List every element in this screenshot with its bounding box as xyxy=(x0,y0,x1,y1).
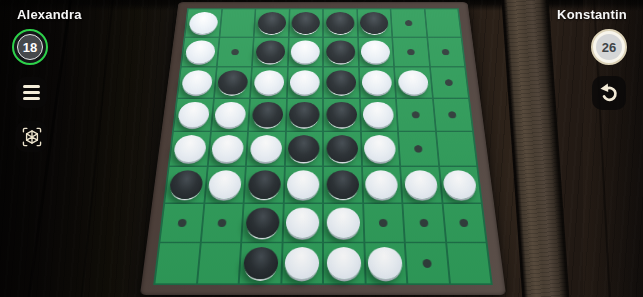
cell-b2[interactable] xyxy=(217,38,253,67)
player-left-name: Alexandra xyxy=(17,7,82,22)
cell-f7[interactable] xyxy=(364,204,404,242)
undo-button[interactable] xyxy=(592,76,626,110)
white-disc xyxy=(214,102,246,127)
cell-h3[interactable] xyxy=(430,67,468,97)
legal-move-dot xyxy=(231,49,239,55)
cell-f2[interactable] xyxy=(358,38,393,67)
cell-a4[interactable] xyxy=(174,99,213,131)
view-3d-button[interactable] xyxy=(16,121,47,152)
white-disc xyxy=(291,41,320,64)
cell-d3[interactable] xyxy=(287,67,322,97)
cell-e8[interactable] xyxy=(324,243,364,283)
cell-d4[interactable] xyxy=(286,99,322,131)
legal-move-dot xyxy=(414,145,423,152)
player-right-score-badge: 26 xyxy=(591,29,627,65)
black-disc xyxy=(168,171,203,199)
black-disc xyxy=(257,12,286,33)
cell-e2[interactable] xyxy=(324,38,358,67)
cell-g6[interactable] xyxy=(401,167,441,203)
white-disc xyxy=(443,171,478,199)
cell-h5[interactable] xyxy=(436,132,476,166)
white-disc xyxy=(286,208,319,238)
black-disc xyxy=(292,12,320,33)
cell-c2[interactable] xyxy=(253,38,288,67)
othello-game-screen: Alexandra 18 Konstantin 26 xyxy=(0,0,643,297)
cell-g4[interactable] xyxy=(397,99,435,131)
cell-a3[interactable] xyxy=(178,67,216,97)
black-disc xyxy=(245,208,279,238)
white-disc xyxy=(250,135,282,162)
white-disc xyxy=(368,247,403,279)
black-disc xyxy=(326,171,358,199)
cell-c1[interactable] xyxy=(255,9,289,36)
black-disc xyxy=(289,102,320,127)
white-disc xyxy=(285,247,320,279)
white-disc xyxy=(404,171,438,199)
cell-b4[interactable] xyxy=(211,99,249,131)
cell-g2[interactable] xyxy=(393,38,429,67)
cell-d2[interactable] xyxy=(288,38,322,67)
legal-move-dot xyxy=(218,218,227,226)
black-disc xyxy=(326,12,354,33)
cell-c6[interactable] xyxy=(245,167,284,203)
cell-b1[interactable] xyxy=(220,9,255,36)
cell-g1[interactable] xyxy=(391,9,426,36)
white-disc xyxy=(327,208,360,238)
black-disc xyxy=(288,135,320,162)
cell-h1[interactable] xyxy=(425,9,460,36)
cell-f1[interactable] xyxy=(358,9,392,36)
white-disc xyxy=(211,135,244,162)
legal-move-dot xyxy=(407,49,415,55)
cell-a2[interactable] xyxy=(182,38,218,67)
black-disc xyxy=(360,12,389,33)
board-grid xyxy=(153,8,493,285)
white-disc xyxy=(177,102,210,127)
cell-b8[interactable] xyxy=(198,243,241,283)
menu-icon xyxy=(23,85,40,88)
cell-h8[interactable] xyxy=(447,243,491,283)
cell-b6[interactable] xyxy=(205,167,245,203)
white-disc xyxy=(365,171,398,199)
white-disc xyxy=(185,41,216,64)
legal-move-dot xyxy=(419,218,428,226)
legal-move-dot xyxy=(459,218,468,226)
legal-move-dot xyxy=(379,218,388,226)
legal-move-dot xyxy=(422,259,431,268)
white-disc xyxy=(362,71,393,95)
black-disc xyxy=(243,247,278,279)
cell-g8[interactable] xyxy=(406,243,449,283)
white-disc xyxy=(254,71,285,95)
undo-icon xyxy=(597,81,621,105)
black-disc xyxy=(247,171,280,199)
legal-move-dot xyxy=(177,218,186,226)
legal-move-dot xyxy=(445,79,453,86)
black-disc xyxy=(326,71,356,95)
cell-c3[interactable] xyxy=(251,67,287,97)
black-disc xyxy=(326,102,357,127)
player-left-score-badge: 18 xyxy=(12,29,48,65)
board-frame xyxy=(140,2,506,295)
cell-d8[interactable] xyxy=(282,243,322,283)
cell-a6[interactable] xyxy=(165,167,206,203)
cell-g7[interactable] xyxy=(403,204,444,242)
player-left-score: 18 xyxy=(17,34,43,60)
cell-d1[interactable] xyxy=(289,9,322,36)
cell-f4[interactable] xyxy=(360,99,397,131)
white-disc xyxy=(181,71,213,95)
cell-d7[interactable] xyxy=(283,204,322,242)
cell-d5[interactable] xyxy=(285,132,322,166)
cell-g3[interactable] xyxy=(395,67,432,97)
legal-move-dot xyxy=(448,111,457,118)
cell-e6[interactable] xyxy=(324,167,362,203)
cell-f3[interactable] xyxy=(359,67,395,97)
cell-f8[interactable] xyxy=(365,243,406,283)
cell-b7[interactable] xyxy=(201,204,242,242)
white-disc xyxy=(327,247,362,279)
cell-f6[interactable] xyxy=(362,167,401,203)
othello-board xyxy=(140,2,506,295)
cell-c7[interactable] xyxy=(242,204,282,242)
black-disc xyxy=(252,102,283,127)
black-disc xyxy=(217,71,248,95)
cell-e5[interactable] xyxy=(324,132,361,166)
legal-move-dot xyxy=(405,20,413,26)
cell-c5[interactable] xyxy=(247,132,285,166)
cell-a7[interactable] xyxy=(160,204,202,242)
cell-h7[interactable] xyxy=(443,204,485,242)
white-disc xyxy=(364,135,396,162)
cell-c4[interactable] xyxy=(249,99,286,131)
white-disc xyxy=(287,171,319,199)
legal-move-dot xyxy=(411,111,419,118)
cell-e4[interactable] xyxy=(324,99,360,131)
black-disc xyxy=(255,41,285,64)
cell-e1[interactable] xyxy=(324,9,357,36)
white-disc xyxy=(173,135,207,162)
cell-b5[interactable] xyxy=(208,132,247,166)
cell-b3[interactable] xyxy=(214,67,251,97)
cell-d6[interactable] xyxy=(284,167,322,203)
white-disc xyxy=(361,41,391,64)
white-disc xyxy=(208,171,242,199)
legal-move-dot xyxy=(442,49,450,55)
cell-a1[interactable] xyxy=(185,9,220,36)
white-disc xyxy=(397,71,428,95)
cell-h2[interactable] xyxy=(428,38,464,67)
cell-c8[interactable] xyxy=(240,243,281,283)
player-right-name: Konstantin xyxy=(557,7,627,22)
white-disc xyxy=(290,71,320,95)
cell-f5[interactable] xyxy=(361,132,399,166)
cell-h4[interactable] xyxy=(433,99,472,131)
cell-a5[interactable] xyxy=(170,132,210,166)
cube-3d-icon xyxy=(20,125,44,149)
black-disc xyxy=(326,41,355,64)
white-disc xyxy=(363,102,394,127)
cell-g5[interactable] xyxy=(399,132,438,166)
cell-h6[interactable] xyxy=(440,167,481,203)
cell-e3[interactable] xyxy=(324,67,359,97)
menu-button[interactable] xyxy=(16,77,47,108)
cell-e7[interactable] xyxy=(324,204,363,242)
player-right-score: 26 xyxy=(596,34,622,60)
white-disc xyxy=(188,12,218,33)
black-disc xyxy=(326,135,358,162)
cell-a8[interactable] xyxy=(155,243,199,283)
